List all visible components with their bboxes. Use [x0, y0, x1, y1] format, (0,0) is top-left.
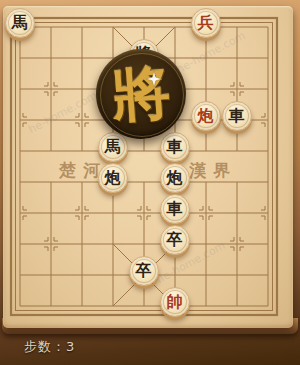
check-announcement-badge: 將 [96, 49, 186, 139]
piece-character: 兵 [198, 15, 214, 31]
game-screen: 楚河 漢界 he-home.com he-home.com he-home.co… [0, 0, 300, 365]
hand-cursor-icon [146, 71, 162, 87]
piece-black-cannon[interactable]: 炮 [98, 163, 128, 193]
step-counter: 步数：3 [24, 338, 75, 356]
piece-character: 車 [167, 201, 183, 217]
piece-black-soldier[interactable]: 卒 [129, 256, 159, 286]
step-counter-value: 3 [66, 339, 75, 354]
piece-character: 車 [167, 139, 183, 155]
step-counter-label: 步数： [24, 339, 66, 354]
piece-black-horse[interactable]: 馬 [5, 8, 35, 38]
piece-red-general[interactable]: 帥 [160, 287, 190, 317]
piece-black-chariot[interactable]: 車 [160, 194, 190, 224]
piece-character: 炮 [167, 170, 183, 186]
piece-black-chariot[interactable]: 車 [222, 101, 252, 131]
piece-black-horse[interactable]: 馬 [98, 132, 128, 162]
piece-character: 炮 [198, 108, 214, 124]
piece-character: 馬 [105, 139, 121, 155]
piece-red-soldier[interactable]: 兵 [191, 8, 221, 38]
piece-character: 帥 [167, 294, 183, 310]
piece-character: 馬 [12, 15, 28, 31]
piece-character: 卒 [136, 263, 152, 279]
piece-character: 炮 [105, 170, 121, 186]
piece-black-chariot[interactable]: 車 [160, 132, 190, 162]
piece-black-cannon[interactable]: 炮 [160, 163, 190, 193]
piece-red-cannon[interactable]: 炮 [191, 101, 221, 131]
check-character: 將 [110, 63, 172, 125]
piece-character: 卒 [167, 232, 183, 248]
piece-character: 車 [229, 108, 245, 124]
piece-black-soldier[interactable]: 卒 [160, 225, 190, 255]
